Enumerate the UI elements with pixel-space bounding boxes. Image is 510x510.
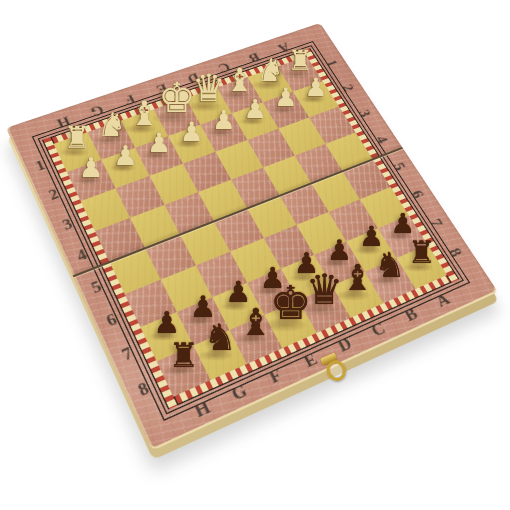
black-pawn-h7: ♟ bbox=[149, 308, 185, 338]
product-photo: HGFEDCBAHGFEDCBA1234567812345678 ♜♞♝♟♛♟♚… bbox=[0, 0, 510, 510]
white-pawn-d2: ♟ bbox=[208, 107, 240, 133]
black-knight-g8: ♞ bbox=[198, 320, 242, 357]
white-knight-g1: ♞ bbox=[92, 109, 131, 142]
white-pawn-e2: ♟ bbox=[176, 119, 208, 146]
black-rook-h8: ♜ bbox=[163, 339, 203, 373]
white-rook-h1: ♜ bbox=[59, 123, 95, 153]
white-pawn-b2: ♟ bbox=[270, 85, 301, 111]
white-pawn-g2: ♟ bbox=[109, 142, 142, 169]
pieces-layer: ♜♞♝♟♛♟♚♟♝♟♞♟♜♟♟♟♟♟♟♜♟♞♟♝♟♛♟♚♟♝♞♜ bbox=[0, 0, 510, 510]
white-pawn-f2: ♟ bbox=[143, 130, 175, 157]
white-pawn-a2: ♟ bbox=[301, 75, 332, 101]
white-pawn-h2: ♟ bbox=[75, 154, 108, 182]
white-pawn-c2: ♟ bbox=[240, 96, 271, 122]
